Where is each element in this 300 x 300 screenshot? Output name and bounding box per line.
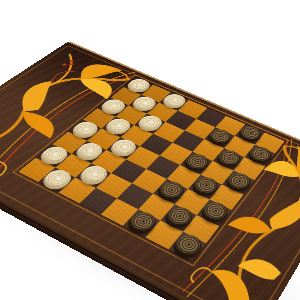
light-piece-r5c3	[106, 137, 140, 160]
board-top-face	[0, 42, 300, 300]
light-piece-r1c3	[159, 92, 189, 111]
light-piece-r8c2	[38, 167, 75, 193]
dark-piece-r7c7	[161, 204, 197, 232]
light-piece-r4c2	[102, 116, 135, 137]
checkers-board	[0, 41, 300, 300]
dark-piece-r5c7	[188, 174, 222, 199]
piece-top	[125, 209, 161, 236]
piece-top	[190, 174, 222, 197]
piece-top	[108, 137, 140, 158]
light-piece-r6c2	[72, 140, 107, 163]
piece-top	[130, 94, 159, 112]
light-piece-r2c2	[129, 94, 160, 113]
light-piece-r3c3	[134, 113, 166, 134]
piece-top	[78, 163, 112, 186]
dark-piece-r1c7	[235, 124, 265, 145]
piece-top	[155, 178, 188, 202]
piece-top	[161, 92, 189, 109]
dark-piece-r4c6	[180, 151, 213, 174]
dark-piece-r8c6	[123, 209, 161, 238]
dark-piece-r2c6	[204, 127, 235, 148]
piece-top	[136, 113, 166, 132]
piece-top	[214, 148, 244, 169]
light-piece-r7c3	[75, 163, 111, 188]
photo-scene	[0, 0, 300, 300]
piece-top	[237, 124, 265, 143]
piece-top	[74, 140, 107, 161]
piece-top	[206, 127, 235, 147]
dark-piece-r6c6	[153, 178, 188, 204]
piece-top	[163, 204, 197, 230]
dark-piece-r3c7	[213, 148, 245, 171]
piece-top	[104, 116, 135, 135]
piece-top	[182, 151, 213, 173]
